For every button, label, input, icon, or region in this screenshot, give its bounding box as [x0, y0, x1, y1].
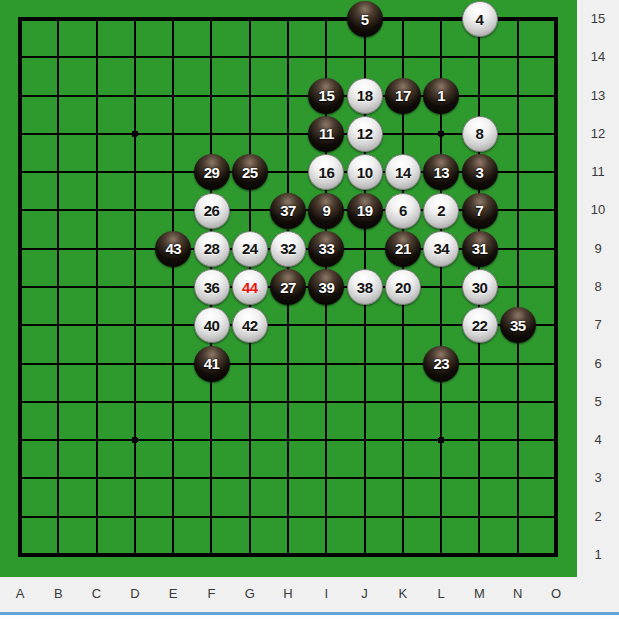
intersection-L15[interactable] [422, 0, 460, 38]
move-number: 14 [395, 165, 411, 180]
col-label-F: F [199, 585, 223, 603]
black-stone-G11: 25 [232, 154, 268, 190]
intersection-N7[interactable]: 35 [499, 306, 537, 344]
intersection-G1[interactable] [231, 536, 269, 574]
white-stone-M8: 30 [462, 269, 498, 305]
intersection-C5[interactable] [78, 383, 116, 421]
intersection-E8[interactable] [154, 268, 192, 306]
intersection-A12[interactable] [1, 115, 39, 153]
white-stone-G9: 24 [232, 231, 268, 267]
intersection-J14[interactable] [346, 38, 384, 76]
intersection-C1[interactable] [78, 536, 116, 574]
intersection-I7[interactable] [307, 306, 345, 344]
move-number: 11 [319, 126, 334, 141]
intersection-H3[interactable] [269, 459, 307, 497]
intersection-O9[interactable] [537, 230, 575, 268]
intersection-B6[interactable] [39, 345, 77, 383]
intersection-A6[interactable] [1, 345, 39, 383]
black-stone-L6: 23 [423, 346, 459, 382]
intersection-M12[interactable]: 8 [460, 115, 498, 153]
intersection-M9[interactable]: 31 [460, 230, 498, 268]
intersection-A2[interactable] [1, 498, 39, 536]
intersection-J12[interactable]: 12 [346, 115, 384, 153]
row-label-7: 7 [577, 316, 619, 334]
intersection-B7[interactable] [39, 306, 77, 344]
intersection-F6[interactable]: 41 [192, 345, 230, 383]
intersection-D14[interactable] [116, 38, 154, 76]
move-number: 27 [280, 280, 296, 295]
intersection-L1[interactable] [422, 536, 460, 574]
black-stone-N7: 35 [500, 307, 536, 343]
intersection-D7[interactable] [116, 306, 154, 344]
white-stone-L10: 2 [423, 193, 459, 229]
intersection-G10[interactable] [231, 191, 269, 229]
intersection-J6[interactable] [346, 345, 384, 383]
intersection-B3[interactable] [39, 459, 77, 497]
intersection-C14[interactable] [78, 38, 116, 76]
move-number: 37 [280, 203, 296, 218]
move-number: 24 [242, 241, 258, 256]
intersection-B8[interactable] [39, 268, 77, 306]
intersection-K10[interactable]: 6 [384, 191, 422, 229]
intersection-N15[interactable] [499, 0, 537, 38]
intersection-N9[interactable] [499, 230, 537, 268]
intersection-G5[interactable] [231, 383, 269, 421]
intersection-F4[interactable] [192, 421, 230, 459]
intersection-O11[interactable] [537, 153, 575, 191]
intersection-E9[interactable]: 43 [154, 230, 192, 268]
intersection-L5[interactable] [422, 383, 460, 421]
white-stone-H9: 32 [270, 231, 306, 267]
row-label-4: 4 [577, 431, 619, 449]
intersection-O12[interactable] [537, 115, 575, 153]
intersection-J4[interactable] [346, 421, 384, 459]
intersection-N8[interactable] [499, 268, 537, 306]
intersection-F15[interactable] [192, 0, 230, 38]
intersection-L8[interactable] [422, 268, 460, 306]
intersection-E13[interactable] [154, 77, 192, 115]
intersection-H1[interactable] [269, 536, 307, 574]
intersection-G14[interactable] [231, 38, 269, 76]
intersection-A14[interactable] [1, 38, 39, 76]
intersection-N6[interactable] [499, 345, 537, 383]
intersection-C15[interactable] [78, 0, 116, 38]
intersection-J5[interactable] [346, 383, 384, 421]
intersection-G9[interactable]: 24 [231, 230, 269, 268]
move-number: 10 [357, 165, 373, 180]
intersection-N1[interactable] [499, 536, 537, 574]
intersection-H4[interactable] [269, 421, 307, 459]
move-number: 43 [165, 241, 181, 256]
intersection-K9[interactable]: 21 [384, 230, 422, 268]
intersection-C13[interactable] [78, 77, 116, 115]
intersection-B13[interactable] [39, 77, 77, 115]
row-label-15: 15 [577, 10, 619, 28]
intersection-B11[interactable] [39, 153, 77, 191]
intersection-I11[interactable]: 16 [307, 153, 345, 191]
intersection-A1[interactable] [1, 536, 39, 574]
intersection-C3[interactable] [78, 459, 116, 497]
intersection-H10[interactable]: 37 [269, 191, 307, 229]
intersection-F1[interactable] [192, 536, 230, 574]
white-stone-G7: 42 [232, 307, 268, 343]
intersection-J2[interactable] [346, 498, 384, 536]
intersection-B5[interactable] [39, 383, 77, 421]
intersection-I15[interactable] [307, 0, 345, 38]
intersection-D15[interactable] [116, 0, 154, 38]
black-stone-L11: 13 [423, 154, 459, 190]
intersection-G3[interactable] [231, 459, 269, 497]
intersection-M3[interactable] [460, 459, 498, 497]
intersection-D5[interactable] [116, 383, 154, 421]
intersection-L10[interactable]: 2 [422, 191, 460, 229]
intersection-M14[interactable] [460, 38, 498, 76]
move-number: 18 [357, 88, 373, 103]
intersection-O7[interactable] [537, 306, 575, 344]
intersection-B2[interactable] [39, 498, 77, 536]
intersection-H2[interactable] [269, 498, 307, 536]
intersection-J8[interactable]: 38 [346, 268, 384, 306]
intersection-C9[interactable] [78, 230, 116, 268]
intersection-I2[interactable] [307, 498, 345, 536]
intersection-K5[interactable] [384, 383, 422, 421]
move-number: 38 [357, 280, 373, 295]
intersection-K2[interactable] [384, 498, 422, 536]
intersection-L6[interactable]: 23 [422, 345, 460, 383]
board-grid[interactable]: 5415181711112829251610141332637919627432… [1, 0, 575, 574]
intersection-M5[interactable] [460, 383, 498, 421]
move-number: 33 [319, 241, 335, 256]
intersection-F13[interactable] [192, 77, 230, 115]
intersection-K15[interactable] [384, 0, 422, 38]
intersection-O2[interactable] [537, 498, 575, 536]
black-stone-I8: 39 [308, 269, 344, 305]
intersection-E12[interactable] [154, 115, 192, 153]
col-label-L: L [429, 585, 453, 603]
intersection-B15[interactable] [39, 0, 77, 38]
intersection-I5[interactable] [307, 383, 345, 421]
move-number: 17 [395, 88, 411, 103]
intersection-N2[interactable] [499, 498, 537, 536]
intersection-I8[interactable]: 39 [307, 268, 345, 306]
col-label-I: I [314, 585, 338, 603]
move-number: 6 [399, 203, 407, 218]
intersection-C11[interactable] [78, 153, 116, 191]
intersection-K7[interactable] [384, 306, 422, 344]
intersection-I9[interactable]: 33 [307, 230, 345, 268]
intersection-O13[interactable] [537, 77, 575, 115]
intersection-C7[interactable] [78, 306, 116, 344]
intersection-F7[interactable]: 40 [192, 306, 230, 344]
intersection-L14[interactable] [422, 38, 460, 76]
intersection-I13[interactable]: 15 [307, 77, 345, 115]
intersection-I6[interactable] [307, 345, 345, 383]
intersection-O5[interactable] [537, 383, 575, 421]
move-number: 41 [204, 356, 220, 371]
intersection-C12[interactable] [78, 115, 116, 153]
intersection-E14[interactable] [154, 38, 192, 76]
intersection-G4[interactable] [231, 421, 269, 459]
intersection-J3[interactable] [346, 459, 384, 497]
col-label-C: C [85, 585, 109, 603]
intersection-F2[interactable] [192, 498, 230, 536]
intersection-E7[interactable] [154, 306, 192, 344]
intersection-G6[interactable] [231, 345, 269, 383]
intersection-I1[interactable] [307, 536, 345, 574]
intersection-H14[interactable] [269, 38, 307, 76]
intersection-D10[interactable] [116, 191, 154, 229]
intersection-H15[interactable] [269, 0, 307, 38]
intersection-J1[interactable] [346, 536, 384, 574]
intersection-B14[interactable] [39, 38, 77, 76]
intersection-A11[interactable] [1, 153, 39, 191]
intersection-H5[interactable] [269, 383, 307, 421]
intersection-E2[interactable] [154, 498, 192, 536]
intersection-E1[interactable] [154, 536, 192, 574]
intersection-K13[interactable]: 17 [384, 77, 422, 115]
intersection-F12[interactable] [192, 115, 230, 153]
intersection-L11[interactable]: 13 [422, 153, 460, 191]
intersection-N11[interactable] [499, 153, 537, 191]
black-stone-M11: 3 [462, 154, 498, 190]
intersection-M2[interactable] [460, 498, 498, 536]
intersection-B4[interactable] [39, 421, 77, 459]
intersection-M11[interactable]: 3 [460, 153, 498, 191]
intersection-L12[interactable] [422, 115, 460, 153]
row-label-6: 6 [577, 355, 619, 373]
move-number: 44 [242, 280, 258, 295]
intersection-F10[interactable]: 26 [192, 191, 230, 229]
move-number: 2 [437, 203, 445, 218]
intersection-K4[interactable] [384, 421, 422, 459]
white-stone-J11: 10 [347, 154, 383, 190]
white-stone-J8: 38 [347, 269, 383, 305]
white-stone-M12: 8 [462, 116, 498, 152]
move-number: 34 [433, 241, 449, 256]
intersection-D9[interactable] [116, 230, 154, 268]
intersection-A3[interactable] [1, 459, 39, 497]
intersection-J13[interactable]: 18 [346, 77, 384, 115]
intersection-B12[interactable] [39, 115, 77, 153]
move-number: 25 [242, 165, 258, 180]
intersection-E6[interactable] [154, 345, 192, 383]
intersection-I4[interactable] [307, 421, 345, 459]
black-stone-I12: 11 [308, 116, 344, 152]
black-stone-J15: 5 [347, 1, 383, 37]
intersection-N14[interactable] [499, 38, 537, 76]
intersection-D12[interactable] [116, 115, 154, 153]
move-number: 7 [476, 203, 484, 218]
intersection-E4[interactable] [154, 421, 192, 459]
intersection-A8[interactable] [1, 268, 39, 306]
intersection-A7[interactable] [1, 306, 39, 344]
intersection-D8[interactable] [116, 268, 154, 306]
move-number: 36 [204, 280, 220, 295]
intersection-M15[interactable]: 4 [460, 0, 498, 38]
intersection-C10[interactable] [78, 191, 116, 229]
white-stone-M7: 22 [462, 307, 498, 343]
intersection-G7[interactable]: 42 [231, 306, 269, 344]
white-stone-K10: 6 [385, 193, 421, 229]
col-label-J: J [353, 585, 377, 603]
intersection-I12[interactable]: 11 [307, 115, 345, 153]
intersection-F14[interactable] [192, 38, 230, 76]
move-number: 32 [280, 241, 296, 256]
black-stone-K9: 21 [385, 231, 421, 267]
intersection-M8[interactable]: 30 [460, 268, 498, 306]
row-label-5: 5 [577, 393, 619, 411]
intersection-D2[interactable] [116, 498, 154, 536]
intersection-F11[interactable]: 29 [192, 153, 230, 191]
intersection-A4[interactable] [1, 421, 39, 459]
intersection-N5[interactable] [499, 383, 537, 421]
intersection-M4[interactable] [460, 421, 498, 459]
intersection-L4[interactable] [422, 421, 460, 459]
intersection-F5[interactable] [192, 383, 230, 421]
intersection-G11[interactable]: 25 [231, 153, 269, 191]
intersection-E3[interactable] [154, 459, 192, 497]
intersection-N12[interactable] [499, 115, 537, 153]
intersection-B1[interactable] [39, 536, 77, 574]
intersection-C4[interactable] [78, 421, 116, 459]
intersection-O4[interactable] [537, 421, 575, 459]
intersection-M7[interactable]: 22 [460, 306, 498, 344]
intersection-D3[interactable] [116, 459, 154, 497]
intersection-C8[interactable] [78, 268, 116, 306]
intersection-J9[interactable] [346, 230, 384, 268]
intersection-K1[interactable] [384, 536, 422, 574]
intersection-B9[interactable] [39, 230, 77, 268]
intersection-O10[interactable] [537, 191, 575, 229]
intersection-K14[interactable] [384, 38, 422, 76]
intersection-C2[interactable] [78, 498, 116, 536]
white-stone-F8: 36 [194, 269, 230, 305]
column-label-strip: ABCDEFGHIJKLMNO [0, 577, 619, 612]
intersection-B10[interactable] [39, 191, 77, 229]
intersection-G13[interactable] [231, 77, 269, 115]
intersection-L13[interactable]: 1 [422, 77, 460, 115]
row-label-3: 3 [577, 469, 619, 487]
intersection-N3[interactable] [499, 459, 537, 497]
intersection-G12[interactable] [231, 115, 269, 153]
intersection-N4[interactable] [499, 421, 537, 459]
white-stone-J13: 18 [347, 78, 383, 114]
move-number: 20 [395, 280, 411, 295]
intersection-K3[interactable] [384, 459, 422, 497]
intersection-M1[interactable] [460, 536, 498, 574]
intersection-J7[interactable] [346, 306, 384, 344]
intersection-A15[interactable] [1, 0, 39, 38]
intersection-G2[interactable] [231, 498, 269, 536]
intersection-H11[interactable] [269, 153, 307, 191]
intersection-A13[interactable] [1, 77, 39, 115]
move-number: 23 [433, 356, 449, 371]
move-number: 31 [472, 241, 488, 256]
intersection-L2[interactable] [422, 498, 460, 536]
intersection-H13[interactable] [269, 77, 307, 115]
intersection-H6[interactable] [269, 345, 307, 383]
intersection-E11[interactable] [154, 153, 192, 191]
intersection-D1[interactable] [116, 536, 154, 574]
intersection-H8[interactable]: 27 [269, 268, 307, 306]
white-stone-G8: 44 [232, 269, 268, 305]
intersection-G8[interactable]: 44 [231, 268, 269, 306]
black-stone-H10: 37 [270, 193, 306, 229]
intersection-F9[interactable]: 28 [192, 230, 230, 268]
intersection-D6[interactable] [116, 345, 154, 383]
col-label-G: G [238, 585, 262, 603]
white-stone-F10: 26 [194, 193, 230, 229]
intersection-O14[interactable] [537, 38, 575, 76]
intersection-K6[interactable] [384, 345, 422, 383]
intersection-J15[interactable]: 5 [346, 0, 384, 38]
move-number: 16 [319, 165, 335, 180]
intersection-F3[interactable] [192, 459, 230, 497]
row-label-10: 10 [577, 201, 619, 219]
intersection-L3[interactable] [422, 459, 460, 497]
intersection-E10[interactable] [154, 191, 192, 229]
move-number: 26 [204, 203, 220, 218]
intersection-L7[interactable] [422, 306, 460, 344]
intersection-D4[interactable] [116, 421, 154, 459]
intersection-H9[interactable]: 32 [269, 230, 307, 268]
intersection-K8[interactable]: 20 [384, 268, 422, 306]
move-number: 39 [319, 280, 335, 295]
intersection-M10[interactable]: 7 [460, 191, 498, 229]
intersection-N13[interactable] [499, 77, 537, 115]
intersection-I14[interactable] [307, 38, 345, 76]
row-label-9: 9 [577, 240, 619, 258]
intersection-D11[interactable] [116, 153, 154, 191]
col-label-M: M [467, 585, 491, 603]
intersection-I10[interactable]: 9 [307, 191, 345, 229]
intersection-A9[interactable] [1, 230, 39, 268]
intersection-O15[interactable] [537, 0, 575, 38]
intersection-A5[interactable] [1, 383, 39, 421]
move-number: 5 [361, 12, 369, 27]
intersection-I3[interactable] [307, 459, 345, 497]
intersection-L9[interactable]: 34 [422, 230, 460, 268]
intersection-O6[interactable] [537, 345, 575, 383]
intersection-K12[interactable] [384, 115, 422, 153]
window-edge [0, 615, 619, 619]
intersection-A10[interactable] [1, 191, 39, 229]
intersection-F8[interactable]: 36 [192, 268, 230, 306]
intersection-J11[interactable]: 10 [346, 153, 384, 191]
move-number: 15 [319, 88, 335, 103]
row-label-13: 13 [577, 87, 619, 105]
intersection-O8[interactable] [537, 268, 575, 306]
intersection-G15[interactable] [231, 0, 269, 38]
move-number: 1 [437, 88, 445, 103]
intersection-H12[interactable] [269, 115, 307, 153]
intersection-D13[interactable] [116, 77, 154, 115]
intersection-H7[interactable] [269, 306, 307, 344]
intersection-E15[interactable] [154, 0, 192, 38]
intersection-E5[interactable] [154, 383, 192, 421]
intersection-M6[interactable] [460, 345, 498, 383]
intersection-K11[interactable]: 14 [384, 153, 422, 191]
intersection-N10[interactable] [499, 191, 537, 229]
black-stone-J10: 19 [347, 193, 383, 229]
move-number: 19 [357, 203, 373, 218]
col-label-E: E [161, 585, 185, 603]
intersection-O3[interactable] [537, 459, 575, 497]
intersection-C6[interactable] [78, 345, 116, 383]
intersection-M13[interactable] [460, 77, 498, 115]
intersection-O1[interactable] [537, 536, 575, 574]
intersection-J10[interactable]: 19 [346, 191, 384, 229]
